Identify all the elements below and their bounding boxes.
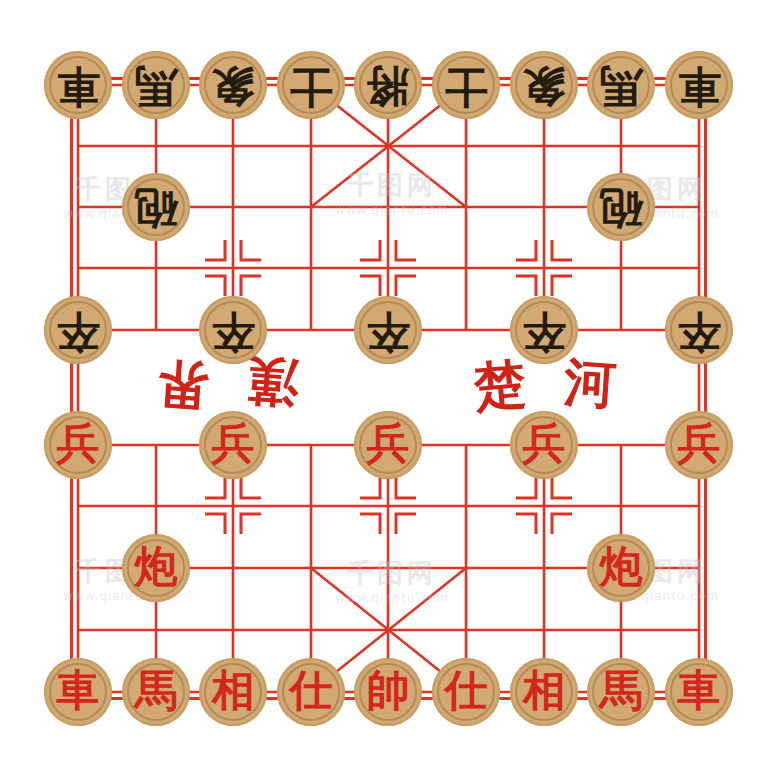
piece-black-cannon-h8[interactable]: 砲 [587, 173, 655, 241]
piece-glyph: 象 [199, 51, 267, 119]
piece-glyph: 卒 [665, 296, 733, 364]
piece-glyph: 砲 [122, 173, 190, 241]
piece-glyph: 士 [277, 51, 345, 119]
piece-glyph: 兵 [665, 411, 733, 479]
piece-red-cannon-b3[interactable]: 炮 [122, 534, 190, 602]
pieces-layer: 車馬象士將士象馬車砲砲卒卒卒卒卒兵兵兵兵兵炮炮車馬相仕帥仕相馬車 [0, 0, 777, 777]
piece-red-soldier-i5[interactable]: 兵 [665, 411, 733, 479]
piece-glyph: 馬 [122, 658, 190, 726]
piece-red-advisor-f1[interactable]: 仕 [432, 658, 500, 726]
piece-red-chariot-i1[interactable]: 車 [665, 658, 733, 726]
piece-glyph: 馬 [587, 51, 655, 119]
piece-glyph: 卒 [354, 296, 422, 364]
piece-glyph: 卒 [44, 296, 112, 364]
piece-black-elephant-g10[interactable]: 象 [510, 51, 578, 119]
piece-black-soldier-a6[interactable]: 卒 [44, 296, 112, 364]
piece-black-horse-h10[interactable]: 馬 [587, 51, 655, 119]
piece-black-soldier-g6[interactable]: 卒 [510, 296, 578, 364]
piece-glyph: 兵 [510, 411, 578, 479]
piece-black-horse-b10[interactable]: 馬 [122, 51, 190, 119]
piece-glyph: 車 [44, 51, 112, 119]
piece-black-general-e10[interactable]: 將 [354, 51, 422, 119]
piece-glyph: 馬 [122, 51, 190, 119]
piece-glyph: 仕 [277, 658, 345, 726]
piece-red-soldier-e5[interactable]: 兵 [354, 411, 422, 479]
piece-red-horse-b1[interactable]: 馬 [122, 658, 190, 726]
piece-black-advisor-f10[interactable]: 士 [432, 51, 500, 119]
piece-black-soldier-c6[interactable]: 卒 [199, 296, 267, 364]
piece-glyph: 相 [199, 658, 267, 726]
piece-red-horse-h1[interactable]: 馬 [587, 658, 655, 726]
piece-black-soldier-e6[interactable]: 卒 [354, 296, 422, 364]
piece-glyph: 將 [354, 51, 422, 119]
piece-red-chariot-a1[interactable]: 車 [44, 658, 112, 726]
piece-glyph: 炮 [587, 534, 655, 602]
piece-black-soldier-i6[interactable]: 卒 [665, 296, 733, 364]
piece-black-advisor-d10[interactable]: 士 [277, 51, 345, 119]
piece-black-cannon-b8[interactable]: 砲 [122, 173, 190, 241]
piece-glyph: 兵 [44, 411, 112, 479]
piece-glyph: 車 [665, 658, 733, 726]
piece-glyph: 兵 [354, 411, 422, 479]
piece-glyph: 車 [44, 658, 112, 726]
piece-red-soldier-c5[interactable]: 兵 [199, 411, 267, 479]
piece-black-chariot-a10[interactable]: 車 [44, 51, 112, 119]
piece-glyph: 帥 [354, 658, 422, 726]
piece-red-advisor-d1[interactable]: 仕 [277, 658, 345, 726]
piece-black-elephant-c10[interactable]: 象 [199, 51, 267, 119]
piece-red-elephant-g1[interactable]: 相 [510, 658, 578, 726]
piece-glyph: 炮 [122, 534, 190, 602]
piece-glyph: 卒 [510, 296, 578, 364]
piece-red-general-e1[interactable]: 帥 [354, 658, 422, 726]
piece-glyph: 車 [665, 51, 733, 119]
piece-red-cannon-h3[interactable]: 炮 [587, 534, 655, 602]
piece-red-soldier-a5[interactable]: 兵 [44, 411, 112, 479]
piece-glyph: 砲 [587, 173, 655, 241]
piece-glyph: 兵 [199, 411, 267, 479]
piece-red-elephant-c1[interactable]: 相 [199, 658, 267, 726]
piece-glyph: 相 [510, 658, 578, 726]
piece-glyph: 馬 [587, 658, 655, 726]
piece-glyph: 仕 [432, 658, 500, 726]
xiangqi-board-artwork: 千图网 www.qiantu.com 千图网 www.qiantu.com 千图… [0, 0, 777, 777]
piece-black-chariot-i10[interactable]: 車 [665, 51, 733, 119]
piece-glyph: 士 [432, 51, 500, 119]
piece-glyph: 卒 [199, 296, 267, 364]
piece-red-soldier-g5[interactable]: 兵 [510, 411, 578, 479]
piece-glyph: 象 [510, 51, 578, 119]
